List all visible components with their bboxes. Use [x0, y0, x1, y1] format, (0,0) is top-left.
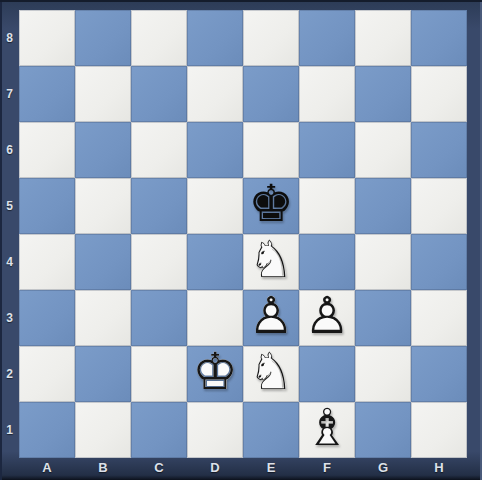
square-e1[interactable]: [243, 402, 299, 458]
white-bishop[interactable]: ♝♗: [299, 402, 355, 458]
chess-board[interactable]: ♚♞♘♟♙♟♙♚♔♞♘♝♗: [19, 10, 467, 458]
square-d6[interactable]: [187, 122, 243, 178]
square-f5[interactable]: [299, 178, 355, 234]
square-g3[interactable]: [355, 290, 411, 346]
square-b6[interactable]: [75, 122, 131, 178]
square-a6[interactable]: [19, 122, 75, 178]
square-b3[interactable]: [75, 290, 131, 346]
file-label-h: H: [411, 458, 467, 476]
square-c1[interactable]: [131, 402, 187, 458]
square-e4[interactable]: ♞♘: [243, 234, 299, 290]
square-e5[interactable]: ♚: [243, 178, 299, 234]
rank-label-4: 4: [0, 234, 19, 290]
square-f8[interactable]: [299, 10, 355, 66]
square-b7[interactable]: [75, 66, 131, 122]
white-king[interactable]: ♚♔: [187, 346, 243, 402]
square-f2[interactable]: [299, 346, 355, 402]
square-e8[interactable]: [243, 10, 299, 66]
file-label-f: F: [299, 458, 355, 476]
white-pawn-outline: ♙: [299, 288, 355, 344]
square-a7[interactable]: [19, 66, 75, 122]
square-h2[interactable]: [411, 346, 467, 402]
file-label-d: D: [187, 458, 243, 476]
square-c7[interactable]: [131, 66, 187, 122]
square-c6[interactable]: [131, 122, 187, 178]
square-g1[interactable]: [355, 402, 411, 458]
square-e6[interactable]: [243, 122, 299, 178]
white-pawn[interactable]: ♟♙: [299, 290, 355, 346]
square-e3[interactable]: ♟♙: [243, 290, 299, 346]
file-label-e: E: [243, 458, 299, 476]
square-c4[interactable]: [131, 234, 187, 290]
square-g5[interactable]: [355, 178, 411, 234]
rank-label-2: 2: [0, 346, 19, 402]
square-b8[interactable]: [75, 10, 131, 66]
file-label-g: G: [355, 458, 411, 476]
square-g2[interactable]: [355, 346, 411, 402]
square-a3[interactable]: [19, 290, 75, 346]
square-h5[interactable]: [411, 178, 467, 234]
square-d2[interactable]: ♚♔: [187, 346, 243, 402]
square-d4[interactable]: [187, 234, 243, 290]
white-knight[interactable]: ♞♘: [243, 346, 299, 402]
square-h6[interactable]: [411, 122, 467, 178]
square-b4[interactable]: [75, 234, 131, 290]
rank-label-5: 5: [0, 178, 19, 234]
square-f7[interactable]: [299, 66, 355, 122]
rank-label-6: 6: [0, 122, 19, 178]
file-label-a: A: [19, 458, 75, 476]
square-b1[interactable]: [75, 402, 131, 458]
square-a2[interactable]: [19, 346, 75, 402]
square-c5[interactable]: [131, 178, 187, 234]
square-h3[interactable]: [411, 290, 467, 346]
square-f6[interactable]: [299, 122, 355, 178]
square-a8[interactable]: [19, 10, 75, 66]
square-g4[interactable]: [355, 234, 411, 290]
square-g7[interactable]: [355, 66, 411, 122]
square-f1[interactable]: ♝♗: [299, 402, 355, 458]
white-knight-outline: ♘: [243, 344, 299, 400]
square-g6[interactable]: [355, 122, 411, 178]
rank-label-8: 8: [0, 10, 19, 66]
square-c8[interactable]: [131, 10, 187, 66]
square-b5[interactable]: [75, 178, 131, 234]
file-label-b: B: [75, 458, 131, 476]
square-a4[interactable]: [19, 234, 75, 290]
file-label-c: C: [131, 458, 187, 476]
square-h7[interactable]: [411, 66, 467, 122]
black-king-glyph: ♚: [243, 176, 299, 232]
square-g8[interactable]: [355, 10, 411, 66]
white-pawn-outline: ♙: [243, 288, 299, 344]
square-d5[interactable]: [187, 178, 243, 234]
chess-board-window: 87654321 ♚♞♘♟♙♟♙♚♔♞♘♝♗ ABCDEFGH: [0, 0, 482, 480]
rank-label-1: 1: [0, 402, 19, 458]
square-d8[interactable]: [187, 10, 243, 66]
square-d7[interactable]: [187, 66, 243, 122]
square-d3[interactable]: [187, 290, 243, 346]
square-h1[interactable]: [411, 402, 467, 458]
white-knight-outline: ♘: [243, 232, 299, 288]
square-c2[interactable]: [131, 346, 187, 402]
rank-label-7: 7: [0, 66, 19, 122]
square-e2[interactable]: ♞♘: [243, 346, 299, 402]
square-c3[interactable]: [131, 290, 187, 346]
square-h4[interactable]: [411, 234, 467, 290]
square-a1[interactable]: [19, 402, 75, 458]
rank-label-3: 3: [0, 290, 19, 346]
square-h8[interactable]: [411, 10, 467, 66]
square-f3[interactable]: ♟♙: [299, 290, 355, 346]
white-pawn[interactable]: ♟♙: [243, 290, 299, 346]
file-labels: ABCDEFGH: [19, 458, 467, 476]
square-d1[interactable]: [187, 402, 243, 458]
white-knight[interactable]: ♞♘: [243, 234, 299, 290]
white-bishop-outline: ♗: [299, 400, 355, 456]
square-f4[interactable]: [299, 234, 355, 290]
white-king-outline: ♔: [187, 344, 243, 400]
rank-labels: 87654321: [0, 10, 19, 458]
square-a5[interactable]: [19, 178, 75, 234]
black-king[interactable]: ♚: [243, 178, 299, 234]
square-e7[interactable]: [243, 66, 299, 122]
square-b2[interactable]: [75, 346, 131, 402]
